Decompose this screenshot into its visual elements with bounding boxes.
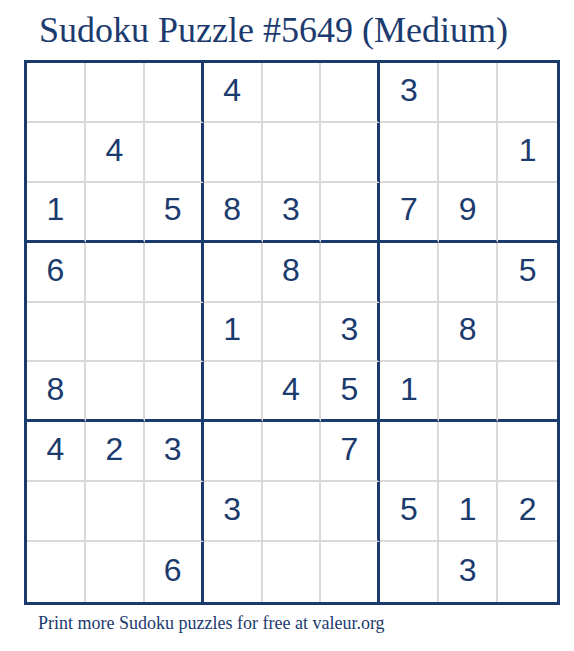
cell-r8c9: 2 (498, 482, 557, 542)
cell-r1c9 (498, 63, 557, 123)
cell-r1c8 (439, 63, 498, 123)
cell-r4c1: 6 (27, 243, 86, 303)
cell-r7c3: 3 (145, 422, 204, 482)
cell-r3c8: 9 (439, 183, 498, 243)
cell-r5c6: 3 (321, 303, 380, 363)
cell-r3c9 (498, 183, 557, 243)
cell-r2c2: 4 (86, 123, 145, 183)
cell-r4c4 (204, 243, 263, 303)
cell-r1c4: 4 (204, 63, 263, 123)
cell-r8c2 (86, 482, 145, 542)
cell-r3c6 (321, 183, 380, 243)
cell-r9c5 (263, 542, 322, 602)
cell-r3c4: 8 (204, 183, 263, 243)
cell-r2c6 (321, 123, 380, 183)
cell-r9c9 (498, 542, 557, 602)
cell-r3c3: 5 (145, 183, 204, 243)
cell-r8c1 (27, 482, 86, 542)
cell-r8c8: 1 (439, 482, 498, 542)
cell-r6c3 (145, 362, 204, 422)
cell-r9c3: 6 (145, 542, 204, 602)
cell-r1c5 (263, 63, 322, 123)
cell-r4c3 (145, 243, 204, 303)
cell-r1c1 (27, 63, 86, 123)
cell-r7c1: 4 (27, 422, 86, 482)
cell-r5c2 (86, 303, 145, 363)
cell-r6c5: 4 (263, 362, 322, 422)
sudoku-board: 434115837968513884514237351263 (24, 60, 560, 605)
cell-r2c8 (439, 123, 498, 183)
cell-r7c8 (439, 422, 498, 482)
cell-r4c9: 5 (498, 243, 557, 303)
cell-r5c9 (498, 303, 557, 363)
cell-r6c1: 8 (27, 362, 86, 422)
cell-r4c7 (380, 243, 439, 303)
cell-r5c5 (263, 303, 322, 363)
cell-r5c7 (380, 303, 439, 363)
cell-r6c6: 5 (321, 362, 380, 422)
cell-r9c1 (27, 542, 86, 602)
cell-r3c5: 3 (263, 183, 322, 243)
cell-r3c7: 7 (380, 183, 439, 243)
cell-r8c7: 5 (380, 482, 439, 542)
cell-r2c1 (27, 123, 86, 183)
cell-r5c3 (145, 303, 204, 363)
cell-r4c2 (86, 243, 145, 303)
cell-r5c1 (27, 303, 86, 363)
cell-r2c3 (145, 123, 204, 183)
cell-r9c7 (380, 542, 439, 602)
cell-r6c9 (498, 362, 557, 422)
cell-r4c5: 8 (263, 243, 322, 303)
cell-r6c4 (204, 362, 263, 422)
cell-r2c7 (380, 123, 439, 183)
cell-r8c3 (145, 482, 204, 542)
cell-r9c8: 3 (439, 542, 498, 602)
cell-r1c6 (321, 63, 380, 123)
cell-r9c6 (321, 542, 380, 602)
page-title: Sudoku Puzzle #5649 (Medium) (39, 11, 508, 51)
cell-r6c8 (439, 362, 498, 422)
cell-r7c7 (380, 422, 439, 482)
cell-r3c1: 1 (27, 183, 86, 243)
cell-r7c6: 7 (321, 422, 380, 482)
footer-text: Print more Sudoku puzzles for free at va… (38, 613, 385, 634)
cell-r5c4: 1 (204, 303, 263, 363)
cell-r5c8: 8 (439, 303, 498, 363)
cell-r9c2 (86, 542, 145, 602)
cell-r6c2 (86, 362, 145, 422)
cell-r6c7: 1 (380, 362, 439, 422)
cell-r1c2 (86, 63, 145, 123)
cell-r1c7: 3 (380, 63, 439, 123)
cell-r2c9: 1 (498, 123, 557, 183)
cell-r8c4: 3 (204, 482, 263, 542)
cell-r1c3 (145, 63, 204, 123)
cell-r3c2 (86, 183, 145, 243)
cell-r7c9 (498, 422, 557, 482)
cell-r2c5 (263, 123, 322, 183)
cell-r4c6 (321, 243, 380, 303)
cell-r7c5 (263, 422, 322, 482)
cell-r7c4 (204, 422, 263, 482)
cell-r2c4 (204, 123, 263, 183)
cell-r8c5 (263, 482, 322, 542)
cell-r9c4 (204, 542, 263, 602)
cell-r4c8 (439, 243, 498, 303)
cell-r8c6 (321, 482, 380, 542)
cell-r7c2: 2 (86, 422, 145, 482)
